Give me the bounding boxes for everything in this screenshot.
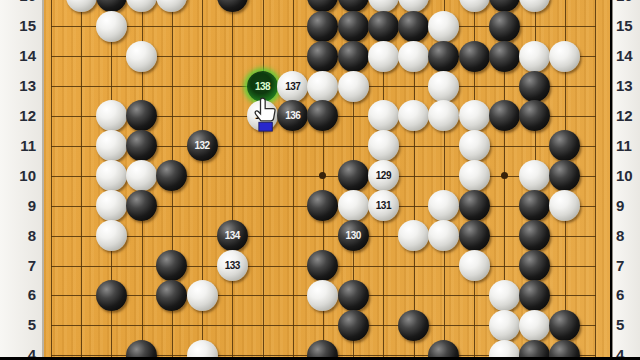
black-stone-c16r15 bbox=[489, 11, 520, 42]
go-client-frame: 1616151514141313121211111010998877665544… bbox=[0, 0, 640, 360]
white-stone-move-133-c7r7: 133 bbox=[217, 250, 248, 281]
black-stone-c16r12 bbox=[489, 100, 520, 131]
black-stone-c11r6 bbox=[338, 280, 369, 311]
row-label-right-14: 14 bbox=[616, 46, 638, 66]
hand-pointer-cursor bbox=[250, 96, 278, 133]
white-stone-move-129-c12r10: 129 bbox=[368, 160, 399, 191]
black-stone-c15r9 bbox=[459, 190, 490, 221]
row-label-right-8: 8 bbox=[616, 226, 638, 246]
move-number: 138 bbox=[255, 81, 270, 92]
grid-line-vertical bbox=[595, 0, 596, 357]
row-label-right-16: 16 bbox=[616, 0, 638, 6]
white-stone-c15r11 bbox=[459, 130, 490, 161]
row-label-right-15: 15 bbox=[616, 16, 638, 36]
row-label-left-5: 5 bbox=[0, 315, 36, 335]
move-number: 134 bbox=[225, 230, 240, 241]
row-label-left-10: 10 bbox=[0, 166, 36, 186]
black-stone-c15r14 bbox=[459, 41, 490, 72]
black-stone-c3r6 bbox=[96, 280, 127, 311]
white-stone-c14r13 bbox=[428, 71, 459, 102]
white-stone-c3r9 bbox=[96, 190, 127, 221]
row-label-right-12: 12 bbox=[616, 106, 638, 126]
white-stone-c17r14 bbox=[519, 41, 550, 72]
white-stone-c15r7 bbox=[459, 250, 490, 281]
black-stone-move-132-c6r11: 132 bbox=[187, 130, 218, 161]
black-stone-c17r9 bbox=[519, 190, 550, 221]
black-stone-c14r14 bbox=[428, 41, 459, 72]
row-label-left-6: 6 bbox=[0, 285, 36, 305]
row-label-right-13: 13 bbox=[616, 76, 638, 96]
black-stone-c13r15 bbox=[398, 11, 429, 42]
white-stone-c17r5 bbox=[519, 310, 550, 341]
black-stone-c17r7 bbox=[519, 250, 550, 281]
black-stone-c15r8 bbox=[459, 220, 490, 251]
grid-line-vertical bbox=[263, 0, 264, 357]
white-stone-c4r14 bbox=[126, 41, 157, 72]
white-stone-c15r12 bbox=[459, 100, 490, 131]
move-number: 131 bbox=[376, 200, 391, 211]
row-label-right-7: 7 bbox=[616, 256, 638, 276]
white-stone-c6r6 bbox=[187, 280, 218, 311]
row-label-right-5: 5 bbox=[616, 315, 638, 335]
white-stone-c12r14 bbox=[368, 41, 399, 72]
grid-line-vertical bbox=[51, 0, 52, 357]
white-stone-c15r10 bbox=[459, 160, 490, 191]
black-stone-c18r5 bbox=[549, 310, 580, 341]
star-point bbox=[501, 172, 508, 179]
row-label-left-16: 16 bbox=[0, 0, 36, 6]
black-stone-c17r6 bbox=[519, 280, 550, 311]
row-label-left-15: 15 bbox=[0, 16, 36, 36]
black-stone-c16r14 bbox=[489, 41, 520, 72]
white-stone-c3r10 bbox=[96, 160, 127, 191]
white-stone-c18r14 bbox=[549, 41, 580, 72]
row-label-right-6: 6 bbox=[616, 285, 638, 305]
white-stone-c3r8 bbox=[96, 220, 127, 251]
black-stone-c17r13 bbox=[519, 71, 550, 102]
white-stone-c16r5 bbox=[489, 310, 520, 341]
black-stone-c11r15 bbox=[338, 11, 369, 42]
black-stone-c10r15 bbox=[307, 11, 338, 42]
white-stone-c3r15 bbox=[96, 11, 127, 42]
white-stone-c11r9 bbox=[338, 190, 369, 221]
white-stone-c10r13 bbox=[307, 71, 338, 102]
grid-line-horizontal bbox=[51, 236, 596, 237]
black-stone-move-134-c7r8: 134 bbox=[217, 220, 248, 251]
white-stone-c16r6 bbox=[489, 280, 520, 311]
white-stone-c13r14 bbox=[398, 41, 429, 72]
row-label-left-9: 9 bbox=[0, 196, 36, 216]
black-stone-c13r5 bbox=[398, 310, 429, 341]
move-number: 130 bbox=[346, 230, 361, 241]
row-label-right-11: 11 bbox=[616, 136, 638, 156]
move-number: 136 bbox=[285, 110, 300, 121]
white-stone-move-137-c9r13: 137 bbox=[277, 71, 308, 102]
row-label-left-8: 8 bbox=[0, 226, 36, 246]
row-label-left-7: 7 bbox=[0, 256, 36, 276]
move-number: 129 bbox=[376, 170, 391, 181]
white-stone-c11r13 bbox=[338, 71, 369, 102]
grid-line-vertical bbox=[232, 0, 233, 357]
row-label-right-10: 10 bbox=[616, 166, 638, 186]
grid-line-vertical bbox=[293, 0, 294, 357]
black-stone-c11r14 bbox=[338, 41, 369, 72]
white-stone-c14r15 bbox=[428, 11, 459, 42]
black-stone-c11r10 bbox=[338, 160, 369, 191]
black-stone-c12r15 bbox=[368, 11, 399, 42]
star-point bbox=[319, 172, 326, 179]
row-label-left-12: 12 bbox=[0, 106, 36, 126]
move-number: 132 bbox=[195, 140, 210, 151]
row-label-left-14: 14 bbox=[0, 46, 36, 66]
grid-line-vertical bbox=[81, 0, 82, 357]
move-number: 133 bbox=[225, 260, 240, 271]
black-stone-c11r5 bbox=[338, 310, 369, 341]
row-label-left-11: 11 bbox=[0, 136, 36, 156]
row-label-left-13: 13 bbox=[0, 76, 36, 96]
black-stone-c10r14 bbox=[307, 41, 338, 72]
black-stone-c17r8 bbox=[519, 220, 550, 251]
row-label-right-9: 9 bbox=[616, 196, 638, 216]
white-stone-c13r8 bbox=[398, 220, 429, 251]
move-number: 137 bbox=[285, 81, 300, 92]
white-stone-move-131-c12r9: 131 bbox=[368, 190, 399, 221]
black-stone-move-130-c11r8: 130 bbox=[338, 220, 369, 251]
